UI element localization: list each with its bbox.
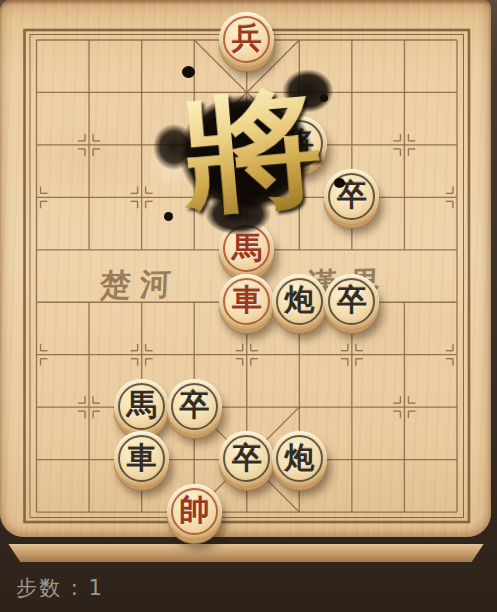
piece-glyph: 馬 xyxy=(232,233,262,263)
step-counter: 步数 : 1 xyxy=(16,574,104,602)
piece-卒-black[interactable]: 卒 xyxy=(219,431,274,486)
piece-glyph: 帥 xyxy=(179,495,209,525)
piece-卒-black[interactable]: 卒 xyxy=(167,379,222,434)
piece-卒-black[interactable]: 卒 xyxy=(324,274,379,329)
piece-glyph: 卒 xyxy=(337,180,367,210)
piece-馬-black[interactable]: 馬 xyxy=(114,379,169,434)
piece-兵-red[interactable]: 兵 xyxy=(219,12,274,67)
piece-glyph: 車 xyxy=(127,443,157,473)
step-counter-value: 1 xyxy=(88,576,103,600)
piece-glyph: 炮 xyxy=(284,285,314,315)
piece-卒-black[interactable]: 卒 xyxy=(324,169,379,224)
piece-車-black[interactable]: 車 xyxy=(114,431,169,486)
piece-炮-black[interactable]: 炮 xyxy=(272,274,327,329)
board-front-edge xyxy=(6,544,486,562)
piece-炮-black[interactable]: 炮 xyxy=(272,431,327,486)
piece-glyph: 車 xyxy=(232,285,262,315)
piece-glyph: 兵 xyxy=(232,23,262,53)
piece-将-black[interactable]: 将 xyxy=(272,116,327,171)
app-screen: 楚河 漢界 兵将卒馬車炮卒馬卒車卒炮帥 將 步数 : 1 xyxy=(0,0,497,612)
piece-glyph: 卒 xyxy=(232,443,262,473)
piece-glyph: 卒 xyxy=(179,390,209,420)
piece-帥-red[interactable]: 帥 xyxy=(167,484,222,539)
piece-glyph: 馬 xyxy=(127,390,157,420)
step-counter-label: 步数 xyxy=(16,576,62,600)
step-counter-separator: : xyxy=(62,576,88,600)
piece-車-red[interactable]: 車 xyxy=(219,274,274,329)
piece-glyph: 炮 xyxy=(284,443,314,473)
piece-glyph: 卒 xyxy=(337,285,367,315)
piece-glyph: 将 xyxy=(284,128,314,158)
